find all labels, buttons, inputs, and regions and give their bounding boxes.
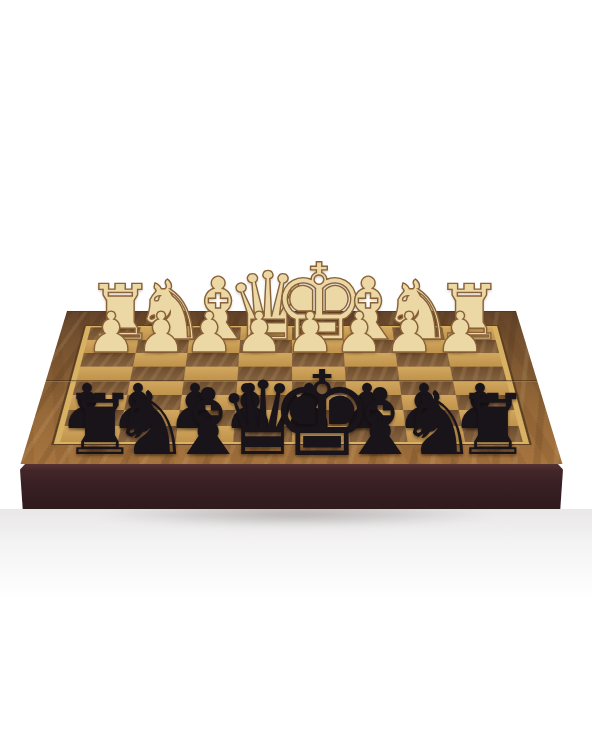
white-pawn: ♟: [184, 305, 234, 361]
black-rook: ♜: [455, 383, 530, 467]
pieces-layer: ♜♞♝♛♚♝♞♜♟♟♟♟♟♟♟♟♟♟♟♟♟♟♟♟♜♞♝♛♚♝♞♜: [0, 0, 592, 740]
chess-set-product-photo: ♜♞♝♛♚♝♞♜♟♟♟♟♟♟♟♟♟♟♟♟♟♟♟♟♜♞♝♛♚♝♞♜: [0, 0, 592, 740]
white-pawn: ♟: [86, 305, 136, 361]
white-pawn: ♟: [384, 305, 434, 361]
white-pawn: ♟: [136, 305, 186, 361]
white-pawn: ♟: [435, 305, 485, 361]
